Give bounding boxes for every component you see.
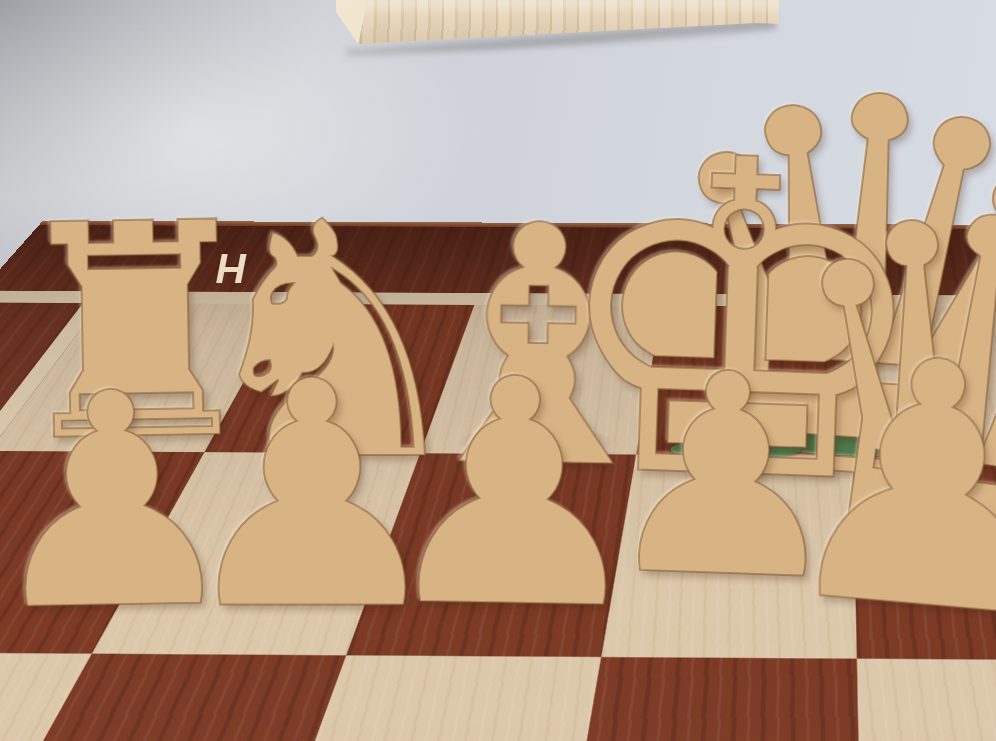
chess-piece-white-pawn-d2: ♟ [764, 305, 996, 668]
chess-piece-white-pawn-h2: ♟ [0, 353, 247, 653]
chess-photo: H E 1 2 ♛♛♜♞♝♚♟♟♟♟♟ [0, 0, 996, 741]
